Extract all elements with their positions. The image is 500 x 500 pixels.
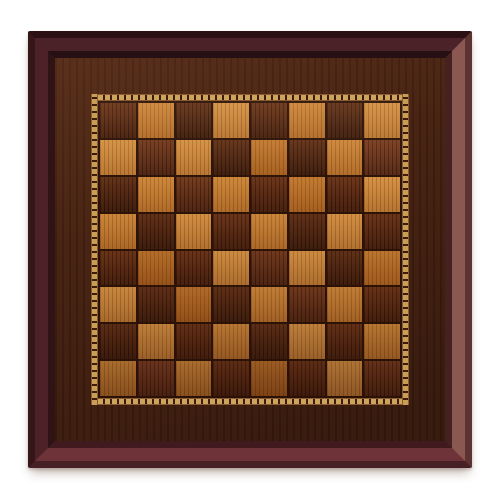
square-h7 bbox=[364, 140, 400, 175]
square-a5 bbox=[100, 214, 136, 249]
square-g7 bbox=[327, 140, 363, 175]
square-f8 bbox=[289, 103, 325, 138]
square-f5 bbox=[289, 214, 325, 249]
frame-molding-ridge bbox=[35, 38, 465, 461]
square-g5 bbox=[327, 214, 363, 249]
frame-molding-outer bbox=[28, 31, 472, 468]
photo-background bbox=[0, 0, 500, 500]
square-a6 bbox=[100, 177, 136, 212]
square-b7 bbox=[138, 140, 174, 175]
square-b4 bbox=[138, 251, 174, 286]
square-d1 bbox=[213, 361, 249, 396]
playing-area bbox=[98, 101, 402, 398]
square-d7 bbox=[213, 140, 249, 175]
square-e3 bbox=[251, 287, 287, 322]
square-h6 bbox=[364, 177, 400, 212]
square-d8 bbox=[213, 103, 249, 138]
square-h8 bbox=[364, 103, 400, 138]
square-h5 bbox=[364, 214, 400, 249]
inlay-border-top bbox=[91, 94, 409, 101]
square-h4 bbox=[364, 251, 400, 286]
chessboard-frame bbox=[28, 31, 472, 468]
square-c8 bbox=[176, 103, 212, 138]
chess-board bbox=[98, 101, 402, 398]
square-h2 bbox=[364, 324, 400, 359]
square-e6 bbox=[251, 177, 287, 212]
square-c4 bbox=[176, 251, 212, 286]
square-f7 bbox=[289, 140, 325, 175]
square-h1 bbox=[364, 361, 400, 396]
inlay-border-right bbox=[402, 94, 409, 405]
square-c6 bbox=[176, 177, 212, 212]
square-e8 bbox=[251, 103, 287, 138]
square-g8 bbox=[327, 103, 363, 138]
square-e1 bbox=[251, 361, 287, 396]
square-d2 bbox=[213, 324, 249, 359]
square-b5 bbox=[138, 214, 174, 249]
square-f2 bbox=[289, 324, 325, 359]
square-g6 bbox=[327, 177, 363, 212]
square-g2 bbox=[327, 324, 363, 359]
square-c7 bbox=[176, 140, 212, 175]
inlay-border-bottom bbox=[91, 398, 409, 405]
square-c2 bbox=[176, 324, 212, 359]
square-c5 bbox=[176, 214, 212, 249]
square-a2 bbox=[100, 324, 136, 359]
square-a8 bbox=[100, 103, 136, 138]
square-b1 bbox=[138, 361, 174, 396]
inlay-border bbox=[91, 94, 409, 405]
square-e5 bbox=[251, 214, 287, 249]
square-d4 bbox=[213, 251, 249, 286]
square-e2 bbox=[251, 324, 287, 359]
square-b8 bbox=[138, 103, 174, 138]
square-f3 bbox=[289, 287, 325, 322]
square-d5 bbox=[213, 214, 249, 249]
square-f6 bbox=[289, 177, 325, 212]
square-c3 bbox=[176, 287, 212, 322]
square-d6 bbox=[213, 177, 249, 212]
square-b3 bbox=[138, 287, 174, 322]
square-g1 bbox=[327, 361, 363, 396]
square-b2 bbox=[138, 324, 174, 359]
square-a3 bbox=[100, 287, 136, 322]
inlay-border-left bbox=[91, 94, 98, 405]
square-a7 bbox=[100, 140, 136, 175]
square-d3 bbox=[213, 287, 249, 322]
square-f1 bbox=[289, 361, 325, 396]
square-c1 bbox=[176, 361, 212, 396]
square-g3 bbox=[327, 287, 363, 322]
frame-molding-inner bbox=[48, 51, 452, 448]
mahogany-border bbox=[55, 58, 445, 441]
square-e7 bbox=[251, 140, 287, 175]
square-h3 bbox=[364, 287, 400, 322]
square-b6 bbox=[138, 177, 174, 212]
square-a4 bbox=[100, 251, 136, 286]
square-f4 bbox=[289, 251, 325, 286]
square-g4 bbox=[327, 251, 363, 286]
square-a1 bbox=[100, 361, 136, 396]
square-e4 bbox=[251, 251, 287, 286]
